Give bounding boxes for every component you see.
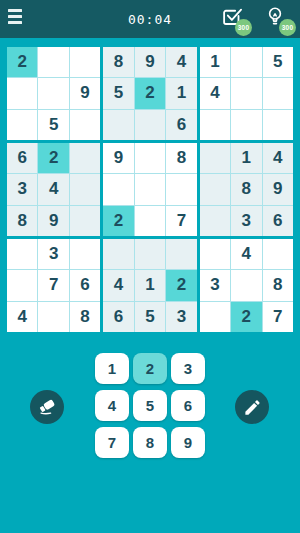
sudoku-cell-r5c9[interactable]: 9 [263,174,293,204]
sudoku-cell-r3c8[interactable] [231,110,261,140]
sudoku-cell-r3c6[interactable]: 6 [166,110,196,140]
sudoku-cell-r6c8[interactable]: 3 [231,206,261,236]
sudoku-cell-r3c9[interactable] [263,110,293,140]
sudoku-cell-r8c1[interactable] [7,270,37,300]
sudoku-cell-r8c2[interactable]: 7 [38,270,68,300]
numpad-key-9[interactable]: 9 [171,427,205,458]
sudoku-cell-r1c4[interactable]: 8 [103,47,133,77]
numpad-key-3[interactable]: 3 [171,353,205,384]
sudoku-block: 8945216 [103,47,196,140]
sudoku-cell-r5c3[interactable] [70,174,100,204]
sudoku-cell-r9c8[interactable]: 2 [231,302,261,332]
eraser-icon [36,396,58,418]
sudoku-block: 412653 [103,239,196,332]
sudoku-cell-r1c9[interactable]: 5 [263,47,293,77]
check-solution-button[interactable]: 300 [220,2,248,36]
sudoku-cell-r1c1[interactable]: 2 [7,47,37,77]
sudoku-cell-r7c7[interactable] [200,239,230,269]
sudoku-cell-r8c4[interactable]: 4 [103,270,133,300]
sudoku-cell-r1c8[interactable] [231,47,261,77]
sudoku-cell-r6c2[interactable]: 9 [38,206,68,236]
sudoku-cell-r4c7[interactable] [200,143,230,173]
sudoku-cell-r6c4[interactable]: 2 [103,206,133,236]
numpad-key-6[interactable]: 6 [171,390,205,421]
sudoku-cell-r8c8[interactable] [231,270,261,300]
sudoku-cell-r9c1[interactable]: 4 [7,302,37,332]
sudoku-block: 154 [200,47,293,140]
sudoku-cell-r7c9[interactable] [263,239,293,269]
sudoku-cell-r5c6[interactable] [166,174,196,204]
sudoku-app: 00:04 300 300 295894521615462348998 [0,0,300,533]
sudoku-cell-r9c6[interactable]: 3 [166,302,196,332]
sudoku-cell-r2c4[interactable]: 5 [103,78,133,108]
numpad-key-8[interactable]: 8 [133,427,167,458]
sudoku-cell-r8c9[interactable]: 8 [263,270,293,300]
sudoku-cell-r9c9[interactable]: 7 [263,302,293,332]
numpad-key-1[interactable]: 1 [95,353,129,384]
sudoku-cell-r5c8[interactable]: 8 [231,174,261,204]
sudoku-cell-r5c7[interactable] [200,174,230,204]
numpad-key-2[interactable]: 2 [133,353,167,384]
sudoku-cell-r9c2[interactable] [38,302,68,332]
sudoku-cell-r3c5[interactable] [135,110,165,140]
sudoku-cell-r5c4[interactable] [103,174,133,204]
sudoku-cell-r4c2[interactable]: 2 [38,143,68,173]
sudoku-cell-r3c7[interactable] [200,110,230,140]
sudoku-block: 9827 [103,143,196,236]
sudoku-cell-r1c5[interactable]: 9 [135,47,165,77]
sudoku-cell-r7c1[interactable] [7,239,37,269]
sudoku-cell-r2c3[interactable]: 9 [70,78,100,108]
sudoku-cell-r4c4[interactable]: 9 [103,143,133,173]
sudoku-cell-r5c1[interactable]: 3 [7,174,37,204]
sudoku-cell-r4c5[interactable] [135,143,165,173]
sudoku-block: 623489 [7,143,100,236]
sudoku-cell-r1c2[interactable] [38,47,68,77]
sudoku-cell-r3c1[interactable] [7,110,37,140]
sudoku-cell-r9c7[interactable] [200,302,230,332]
sudoku-cell-r1c3[interactable] [70,47,100,77]
sudoku-cell-r8c3[interactable]: 6 [70,270,100,300]
sudoku-cell-r4c6[interactable]: 8 [166,143,196,173]
numpad-key-7[interactable]: 7 [95,427,129,458]
sudoku-cell-r7c5[interactable] [135,239,165,269]
sudoku-cell-r7c8[interactable]: 4 [231,239,261,269]
sudoku-cell-r2c1[interactable] [7,78,37,108]
sudoku-cell-r4c1[interactable]: 6 [7,143,37,173]
sudoku-cell-r3c4[interactable] [103,110,133,140]
pencil-button[interactable] [235,390,269,424]
hint-button[interactable]: 300 [264,2,292,36]
sudoku-cell-r5c5[interactable] [135,174,165,204]
sudoku-cell-r6c5[interactable] [135,206,165,236]
numpad-key-5[interactable]: 5 [133,390,167,421]
sudoku-cell-r9c4[interactable]: 6 [103,302,133,332]
sudoku-cell-r7c3[interactable] [70,239,100,269]
sudoku-block: 43827 [200,239,293,332]
sudoku-cell-r8c7[interactable]: 3 [200,270,230,300]
sudoku-cell-r9c5[interactable]: 5 [135,302,165,332]
sudoku-cell-r7c6[interactable] [166,239,196,269]
number-pad: 123456789 [95,353,205,458]
sudoku-cell-r1c7[interactable]: 1 [200,47,230,77]
sudoku-cell-r6c9[interactable]: 6 [263,206,293,236]
sudoku-cell-r2c7[interactable]: 4 [200,78,230,108]
sudoku-cell-r1c6[interactable]: 4 [166,47,196,77]
pencil-icon [243,398,262,417]
sudoku-cell-r6c1[interactable]: 8 [7,206,37,236]
sudoku-block: 148936 [200,143,293,236]
sudoku-cell-r2c2[interactable] [38,78,68,108]
sudoku-cell-r2c9[interactable] [263,78,293,108]
sudoku-board: 2958945216154623489982714893637648412653… [7,47,293,332]
sudoku-cell-r3c3[interactable] [70,110,100,140]
sudoku-cell-r8c6[interactable]: 2 [166,270,196,300]
check-count-badge: 300 [235,19,252,36]
sudoku-cell-r7c4[interactable] [103,239,133,269]
sudoku-cell-r4c9[interactable]: 4 [263,143,293,173]
sudoku-cell-r7c2[interactable]: 3 [38,239,68,269]
sudoku-cell-r2c6[interactable]: 1 [166,78,196,108]
hint-count-badge: 300 [279,19,296,36]
sudoku-cell-r2c5[interactable]: 2 [135,78,165,108]
sudoku-cell-r8c5[interactable]: 1 [135,270,165,300]
top-bar: 00:04 300 300 [0,0,300,38]
sudoku-cell-r5c2[interactable]: 4 [38,174,68,204]
numpad-key-4[interactable]: 4 [95,390,129,421]
sudoku-cell-r9c3[interactable]: 8 [70,302,100,332]
sudoku-block: 37648 [7,239,100,332]
sudoku-cell-r6c6[interactable]: 7 [166,206,196,236]
sudoku-cell-r2c8[interactable] [231,78,261,108]
eraser-button[interactable] [30,390,64,424]
sudoku-cell-r6c7[interactable] [200,206,230,236]
sudoku-cell-r3c2[interactable]: 5 [38,110,68,140]
sudoku-cell-r4c3[interactable] [70,143,100,173]
sudoku-cell-r6c3[interactable] [70,206,100,236]
sudoku-cell-r4c8[interactable]: 1 [231,143,261,173]
sudoku-block: 295 [7,47,100,140]
